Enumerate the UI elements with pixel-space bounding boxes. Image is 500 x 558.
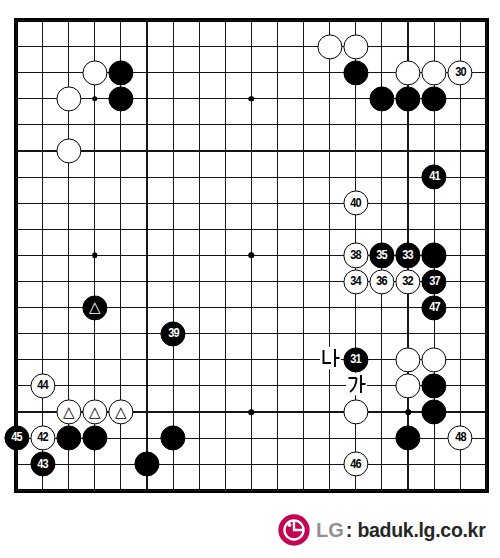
move-number: 35 — [376, 249, 387, 262]
lg-logo-icon — [277, 513, 311, 547]
brand-text: LG — [316, 519, 344, 542]
star-point — [405, 409, 411, 415]
move-number: 44 — [37, 380, 48, 393]
move-number: 36 — [376, 275, 387, 288]
move-number: 40 — [350, 197, 361, 210]
move-number: 37 — [429, 275, 440, 288]
triangle-mark-icon: △ — [115, 404, 127, 419]
star-point — [92, 96, 98, 102]
point-label-가 — [344, 372, 367, 399]
move-number: 32 — [403, 275, 414, 288]
move-number: 46 — [350, 458, 361, 471]
site-url: baduk.lg.co.kr — [357, 519, 485, 542]
triangle-mark-icon: △ — [63, 404, 75, 419]
move-number: 43 — [37, 458, 48, 471]
grid-line-vertical — [277, 21, 278, 491]
move-number: 38 — [350, 249, 361, 262]
triangle-mark-icon: △ — [89, 300, 101, 315]
brand-colon: : — [346, 519, 353, 542]
grid-line-vertical — [303, 21, 304, 491]
grid-line-vertical — [460, 21, 461, 491]
point-label-나 — [318, 346, 341, 373]
move-number: 48 — [455, 432, 466, 445]
grid-line-horizontal — [17, 490, 487, 491]
move-number: 34 — [350, 275, 361, 288]
move-number: 42 — [37, 432, 48, 445]
footer-branding: LG : baduk.lg.co.kr — [277, 509, 485, 551]
move-number: 45 — [11, 432, 22, 445]
move-number: 41 — [429, 171, 440, 184]
move-number: 30 — [455, 66, 466, 79]
grid-line-horizontal — [17, 464, 487, 465]
move-number: 33 — [403, 249, 414, 262]
grid-line-vertical — [486, 21, 487, 491]
star-point — [249, 409, 255, 415]
move-number: 39 — [168, 327, 179, 340]
go-board: 3041403835333436323747△393144△△△45424843… — [0, 0, 500, 505]
move-number: 47 — [429, 301, 440, 314]
star-point — [249, 96, 255, 102]
star-point — [249, 253, 255, 259]
grid-line-vertical — [329, 21, 330, 491]
grid-line-horizontal — [17, 333, 487, 334]
star-point — [92, 253, 98, 259]
move-number: 31 — [350, 354, 361, 367]
triangle-mark-icon: △ — [89, 404, 101, 419]
